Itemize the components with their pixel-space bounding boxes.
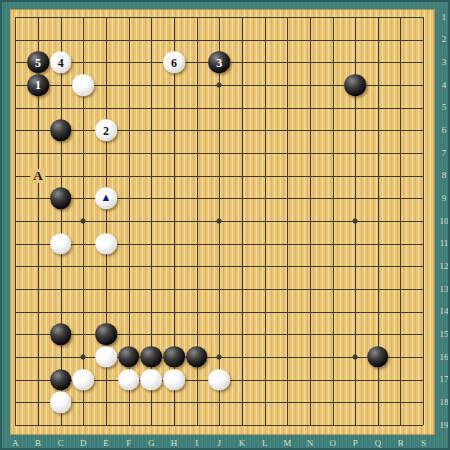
intersection-G2[interactable] [140,28,163,51]
intersection-H13[interactable] [163,278,186,301]
intersection-I18[interactable] [185,391,208,414]
intersection-J6[interactable] [208,119,231,142]
intersection-B17[interactable] [27,368,50,391]
intersection-F6[interactable] [117,119,140,142]
intersection-E8[interactable] [95,164,118,187]
intersection-G17[interactable] [140,368,163,391]
intersection-R6[interactable] [389,119,412,142]
intersection-G3[interactable] [140,51,163,74]
intersection-S1[interactable] [412,6,435,29]
intersection-D14[interactable] [72,300,95,323]
intersection-I15[interactable] [185,323,208,346]
intersection-C10[interactable] [49,210,72,233]
intersection-F2[interactable] [117,28,140,51]
intersection-Q17[interactable] [367,368,390,391]
intersection-A1[interactable] [4,6,27,29]
intersection-D18[interactable] [72,391,95,414]
intersection-H11[interactable] [163,232,186,255]
intersection-L6[interactable] [253,119,276,142]
intersection-N4[interactable] [299,74,322,97]
intersection-N12[interactable] [299,255,322,278]
intersection-J3[interactable]: 3 [208,51,231,74]
intersection-L4[interactable] [253,74,276,97]
intersection-M5[interactable] [276,96,299,119]
intersection-O16[interactable] [321,346,344,369]
intersection-M16[interactable] [276,346,299,369]
intersection-F4[interactable] [117,74,140,97]
intersection-N8[interactable] [299,164,322,187]
intersection-A19[interactable] [4,414,27,437]
intersection-H10[interactable] [163,210,186,233]
intersection-M8[interactable] [276,164,299,187]
intersection-I6[interactable] [185,119,208,142]
intersection-L12[interactable] [253,255,276,278]
intersection-A2[interactable] [4,28,27,51]
intersection-G5[interactable] [140,96,163,119]
intersection-C4[interactable] [49,74,72,97]
intersection-B1[interactable] [27,6,50,29]
intersection-H18[interactable] [163,391,186,414]
intersection-A7[interactable] [4,142,27,165]
intersection-S17[interactable] [412,368,435,391]
intersection-J2[interactable] [208,28,231,51]
intersection-P11[interactable] [344,232,367,255]
intersection-M11[interactable] [276,232,299,255]
intersection-L19[interactable] [253,414,276,437]
intersection-I19[interactable] [185,414,208,437]
intersection-J8[interactable] [208,164,231,187]
intersection-Q6[interactable] [367,119,390,142]
intersection-O9[interactable] [321,187,344,210]
intersection-H1[interactable] [163,6,186,29]
intersection-R2[interactable] [389,28,412,51]
intersection-H19[interactable] [163,414,186,437]
intersection-O3[interactable] [321,51,344,74]
intersection-R19[interactable] [389,414,412,437]
intersection-S14[interactable] [412,300,435,323]
intersection-A14[interactable] [4,300,27,323]
intersection-S16[interactable] [412,346,435,369]
intersection-J19[interactable] [208,414,231,437]
intersection-A15[interactable] [4,323,27,346]
intersection-L7[interactable] [253,142,276,165]
intersection-C2[interactable] [49,28,72,51]
intersection-D16[interactable] [72,346,95,369]
intersection-F8[interactable] [117,164,140,187]
intersection-R10[interactable] [389,210,412,233]
intersection-M18[interactable] [276,391,299,414]
intersection-O5[interactable] [321,96,344,119]
intersection-G19[interactable] [140,414,163,437]
intersection-Q4[interactable] [367,74,390,97]
intersection-S6[interactable] [412,119,435,142]
intersection-A13[interactable] [4,278,27,301]
intersection-K18[interactable] [231,391,254,414]
intersection-E17[interactable] [95,368,118,391]
intersection-N5[interactable] [299,96,322,119]
intersection-H12[interactable] [163,255,186,278]
intersection-F15[interactable] [117,323,140,346]
intersection-G14[interactable] [140,300,163,323]
intersection-N17[interactable] [299,368,322,391]
intersection-J1[interactable] [208,6,231,29]
intersection-F1[interactable] [117,6,140,29]
intersection-C15[interactable] [49,323,72,346]
intersection-J11[interactable] [208,232,231,255]
intersection-F5[interactable] [117,96,140,119]
intersection-G6[interactable] [140,119,163,142]
intersection-C5[interactable] [49,96,72,119]
intersection-K10[interactable] [231,210,254,233]
intersection-E2[interactable] [95,28,118,51]
intersection-H16[interactable] [163,346,186,369]
intersection-D12[interactable] [72,255,95,278]
intersection-S13[interactable] [412,278,435,301]
intersection-P7[interactable] [344,142,367,165]
intersection-M14[interactable] [276,300,299,323]
intersection-Q5[interactable] [367,96,390,119]
intersection-C7[interactable] [49,142,72,165]
intersection-N2[interactable] [299,28,322,51]
intersection-Q18[interactable] [367,391,390,414]
intersection-E11[interactable] [95,232,118,255]
intersection-R16[interactable] [389,346,412,369]
intersection-A4[interactable] [4,74,27,97]
intersection-L17[interactable] [253,368,276,391]
intersection-L9[interactable] [253,187,276,210]
intersection-B2[interactable] [27,28,50,51]
intersection-Q16[interactable] [367,346,390,369]
intersection-D9[interactable] [72,187,95,210]
intersection-E16[interactable] [95,346,118,369]
intersection-J14[interactable] [208,300,231,323]
intersection-K6[interactable] [231,119,254,142]
intersection-K17[interactable] [231,368,254,391]
intersection-F3[interactable] [117,51,140,74]
intersection-A5[interactable] [4,96,27,119]
intersection-F18[interactable] [117,391,140,414]
intersection-A10[interactable] [4,210,27,233]
intersection-A18[interactable] [4,391,27,414]
intersection-O4[interactable] [321,74,344,97]
intersection-M9[interactable] [276,187,299,210]
intersection-H3[interactable]: 6 [163,51,186,74]
intersection-K2[interactable] [231,28,254,51]
intersection-E4[interactable] [95,74,118,97]
intersection-N18[interactable] [299,391,322,414]
intersection-B15[interactable] [27,323,50,346]
intersection-R9[interactable] [389,187,412,210]
intersection-N11[interactable] [299,232,322,255]
intersection-J5[interactable] [208,96,231,119]
intersection-F16[interactable] [117,346,140,369]
intersection-N9[interactable] [299,187,322,210]
intersection-M12[interactable] [276,255,299,278]
intersection-S2[interactable] [412,28,435,51]
intersection-K4[interactable] [231,74,254,97]
intersection-I13[interactable] [185,278,208,301]
intersection-L18[interactable] [253,391,276,414]
intersection-A6[interactable] [4,119,27,142]
intersection-J13[interactable] [208,278,231,301]
intersection-A9[interactable] [4,187,27,210]
intersection-M17[interactable] [276,368,299,391]
intersection-E10[interactable] [95,210,118,233]
intersection-R14[interactable] [389,300,412,323]
intersection-O11[interactable] [321,232,344,255]
intersection-Q9[interactable] [367,187,390,210]
intersection-G15[interactable] [140,323,163,346]
intersection-G12[interactable] [140,255,163,278]
intersection-L14[interactable] [253,300,276,323]
intersection-L16[interactable] [253,346,276,369]
intersection-R13[interactable] [389,278,412,301]
intersection-D19[interactable] [72,414,95,437]
intersection-M2[interactable] [276,28,299,51]
intersection-L11[interactable] [253,232,276,255]
intersection-P17[interactable] [344,368,367,391]
intersection-A3[interactable] [4,51,27,74]
intersection-S7[interactable] [412,142,435,165]
intersection-D13[interactable] [72,278,95,301]
intersection-E15[interactable] [95,323,118,346]
intersection-O8[interactable] [321,164,344,187]
intersection-S5[interactable] [412,96,435,119]
intersection-Q7[interactable] [367,142,390,165]
intersection-N19[interactable] [299,414,322,437]
intersection-M4[interactable] [276,74,299,97]
intersection-Q15[interactable] [367,323,390,346]
intersection-D5[interactable] [72,96,95,119]
intersection-B7[interactable] [27,142,50,165]
intersection-E5[interactable] [95,96,118,119]
intersection-D2[interactable] [72,28,95,51]
intersection-P13[interactable] [344,278,367,301]
intersection-J16[interactable] [208,346,231,369]
intersection-Q12[interactable] [367,255,390,278]
intersection-N14[interactable] [299,300,322,323]
intersection-C1[interactable] [49,6,72,29]
intersection-I1[interactable] [185,6,208,29]
intersection-K7[interactable] [231,142,254,165]
intersection-L15[interactable] [253,323,276,346]
intersection-B5[interactable] [27,96,50,119]
intersection-F13[interactable] [117,278,140,301]
intersection-C19[interactable] [49,414,72,437]
intersection-E1[interactable] [95,6,118,29]
intersection-E7[interactable] [95,142,118,165]
intersection-I4[interactable] [185,74,208,97]
intersection-D1[interactable] [72,6,95,29]
intersection-I3[interactable] [185,51,208,74]
intersection-I9[interactable] [185,187,208,210]
intersection-P12[interactable] [344,255,367,278]
intersection-R8[interactable] [389,164,412,187]
intersection-D3[interactable] [72,51,95,74]
intersection-S10[interactable] [412,210,435,233]
intersection-E9[interactable]: ▲ [95,187,118,210]
intersection-H14[interactable] [163,300,186,323]
intersection-O19[interactable] [321,414,344,437]
intersection-A16[interactable] [4,346,27,369]
intersection-M19[interactable] [276,414,299,437]
intersection-C3[interactable]: 4 [49,51,72,74]
intersection-K14[interactable] [231,300,254,323]
intersection-I11[interactable] [185,232,208,255]
intersection-O10[interactable] [321,210,344,233]
intersection-K8[interactable] [231,164,254,187]
intersection-J10[interactable] [208,210,231,233]
intersection-O6[interactable] [321,119,344,142]
intersection-H6[interactable] [163,119,186,142]
intersection-F14[interactable] [117,300,140,323]
intersection-R3[interactable] [389,51,412,74]
intersection-H15[interactable] [163,323,186,346]
intersection-D11[interactable] [72,232,95,255]
intersection-Q11[interactable] [367,232,390,255]
intersection-P5[interactable] [344,96,367,119]
intersection-B14[interactable] [27,300,50,323]
intersection-P19[interactable] [344,414,367,437]
intersection-A17[interactable] [4,368,27,391]
intersection-S18[interactable] [412,391,435,414]
intersection-H9[interactable] [163,187,186,210]
intersection-B3[interactable]: 5 [27,51,50,74]
intersection-K13[interactable] [231,278,254,301]
intersection-O13[interactable] [321,278,344,301]
intersection-P18[interactable] [344,391,367,414]
intersection-D7[interactable] [72,142,95,165]
intersection-G8[interactable] [140,164,163,187]
intersection-H7[interactable] [163,142,186,165]
intersection-H4[interactable] [163,74,186,97]
intersection-L2[interactable] [253,28,276,51]
intersection-P2[interactable] [344,28,367,51]
intersection-Q2[interactable] [367,28,390,51]
intersection-N10[interactable] [299,210,322,233]
intersection-P16[interactable] [344,346,367,369]
intersection-F11[interactable] [117,232,140,255]
intersection-O7[interactable] [321,142,344,165]
intersection-B9[interactable] [27,187,50,210]
intersection-E18[interactable] [95,391,118,414]
intersection-N3[interactable] [299,51,322,74]
intersection-D8[interactable] [72,164,95,187]
intersection-M3[interactable] [276,51,299,74]
intersection-C11[interactable] [49,232,72,255]
intersection-L13[interactable] [253,278,276,301]
intersection-N16[interactable] [299,346,322,369]
intersection-I14[interactable] [185,300,208,323]
intersection-B10[interactable] [27,210,50,233]
intersection-B19[interactable] [27,414,50,437]
intersection-C13[interactable] [49,278,72,301]
intersection-Q10[interactable] [367,210,390,233]
intersection-Q8[interactable] [367,164,390,187]
intersection-B13[interactable] [27,278,50,301]
intersection-Q14[interactable] [367,300,390,323]
intersection-K15[interactable] [231,323,254,346]
intersection-P1[interactable] [344,6,367,29]
intersection-I5[interactable] [185,96,208,119]
intersection-O12[interactable] [321,255,344,278]
intersection-K5[interactable] [231,96,254,119]
intersection-A12[interactable] [4,255,27,278]
intersection-C8[interactable] [49,164,72,187]
intersection-I10[interactable] [185,210,208,233]
intersection-C16[interactable] [49,346,72,369]
intersection-F9[interactable] [117,187,140,210]
intersection-I7[interactable] [185,142,208,165]
intersection-R5[interactable] [389,96,412,119]
intersection-R4[interactable] [389,74,412,97]
intersection-K12[interactable] [231,255,254,278]
intersection-S19[interactable] [412,414,435,437]
intersection-J7[interactable] [208,142,231,165]
intersection-H5[interactable] [163,96,186,119]
intersection-C12[interactable] [49,255,72,278]
intersection-P8[interactable] [344,164,367,187]
intersection-S12[interactable] [412,255,435,278]
intersection-L8[interactable] [253,164,276,187]
intersection-Q19[interactable] [367,414,390,437]
intersection-R15[interactable] [389,323,412,346]
intersection-O17[interactable] [321,368,344,391]
intersection-M1[interactable] [276,6,299,29]
intersection-D6[interactable] [72,119,95,142]
intersection-G7[interactable] [140,142,163,165]
intersection-D4[interactable] [72,74,95,97]
intersection-F10[interactable] [117,210,140,233]
intersection-K1[interactable] [231,6,254,29]
intersection-R18[interactable] [389,391,412,414]
intersection-R17[interactable] [389,368,412,391]
intersection-O18[interactable] [321,391,344,414]
intersection-R11[interactable] [389,232,412,255]
intersection-G4[interactable] [140,74,163,97]
intersection-M13[interactable] [276,278,299,301]
intersection-M6[interactable] [276,119,299,142]
intersection-C17[interactable] [49,368,72,391]
intersection-P9[interactable] [344,187,367,210]
intersection-I2[interactable] [185,28,208,51]
intersection-R7[interactable] [389,142,412,165]
intersection-R12[interactable] [389,255,412,278]
intersection-M10[interactable] [276,210,299,233]
intersection-C6[interactable] [49,119,72,142]
intersection-F7[interactable] [117,142,140,165]
intersection-G9[interactable] [140,187,163,210]
intersection-C14[interactable] [49,300,72,323]
intersection-N7[interactable] [299,142,322,165]
intersection-B12[interactable] [27,255,50,278]
intersection-J15[interactable] [208,323,231,346]
intersection-N13[interactable] [299,278,322,301]
intersection-I12[interactable] [185,255,208,278]
intersection-S11[interactable] [412,232,435,255]
intersection-B4[interactable]: 1 [27,74,50,97]
intersection-D15[interactable] [72,323,95,346]
intersection-G16[interactable] [140,346,163,369]
intersection-K3[interactable] [231,51,254,74]
intersection-P14[interactable] [344,300,367,323]
intersection-L1[interactable] [253,6,276,29]
intersection-N15[interactable] [299,323,322,346]
intersection-E12[interactable] [95,255,118,278]
intersection-S8[interactable] [412,164,435,187]
intersection-H17[interactable] [163,368,186,391]
intersection-G18[interactable] [140,391,163,414]
